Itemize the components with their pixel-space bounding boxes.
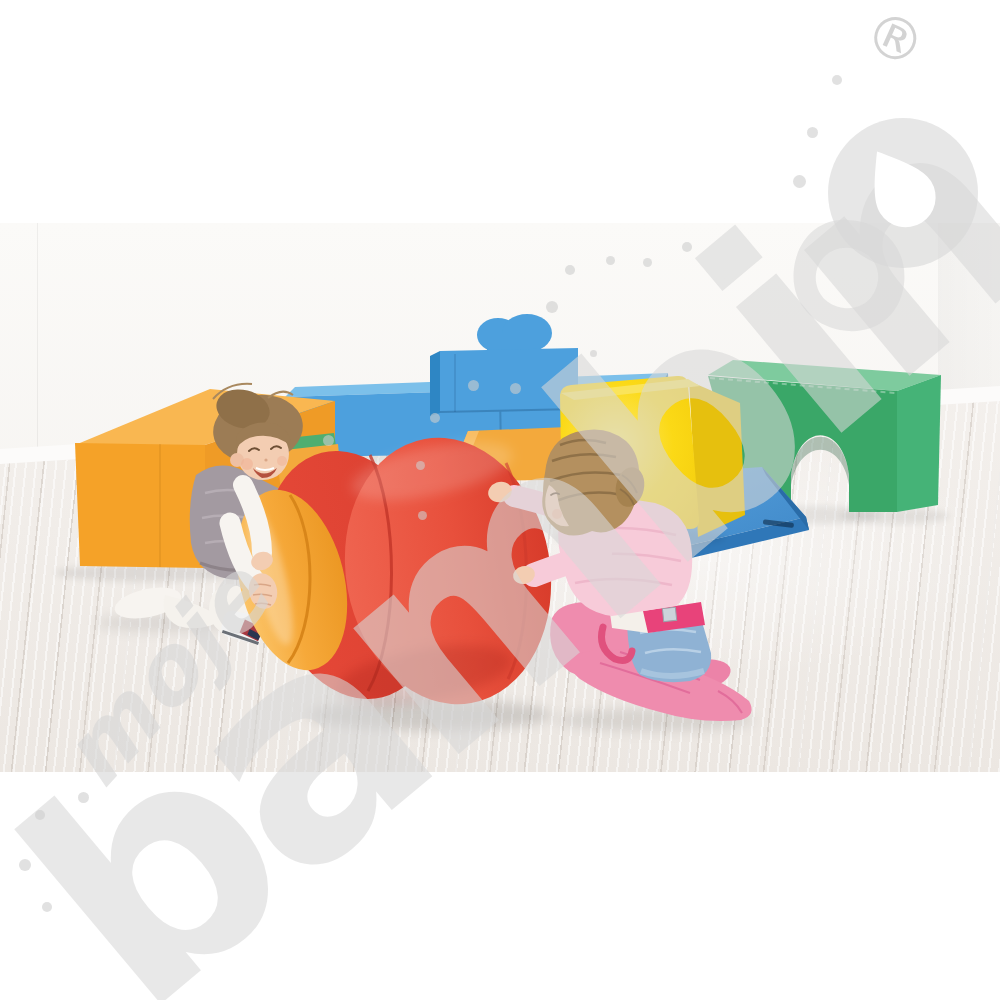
- watermark-dot: [42, 902, 52, 912]
- watermark-dot: [793, 175, 806, 188]
- blue-cloud-block: [430, 314, 578, 416]
- watermark-dot: [832, 75, 842, 85]
- registered-trademark-icon: ®: [857, 1, 934, 78]
- page: bambin moje ®: [0, 0, 1000, 1000]
- watermark-dot: [19, 859, 31, 871]
- scene: [0, 223, 1000, 772]
- watermark-dot: [35, 810, 45, 820]
- watermark-dot: [807, 127, 818, 138]
- product-photo: [0, 223, 1000, 772]
- watermark-dot: [78, 792, 89, 803]
